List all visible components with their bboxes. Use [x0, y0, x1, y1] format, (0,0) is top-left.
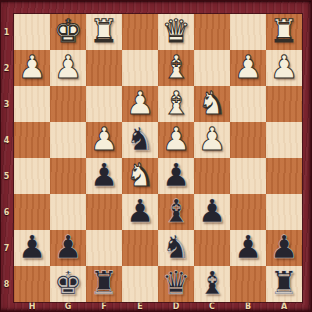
piece-white-knight-c3[interactable]: ♞: [198, 87, 227, 121]
piece-black-pawn-c6[interactable]: ♟: [198, 195, 227, 229]
square-c2[interactable]: [194, 50, 230, 86]
square-d4[interactable]: ♟: [158, 122, 194, 158]
chess-board: ♚♜♛♜♟♟♝♟♟♟♝♞♟♞♟♟♟♞♟♟♝♟♟♟♞♟♟♚♜♛♝♜: [13, 13, 303, 303]
square-e6[interactable]: ♟: [122, 194, 158, 230]
square-b5[interactable]: [230, 158, 266, 194]
piece-black-knight-e4[interactable]: ♞: [126, 123, 155, 157]
square-f1[interactable]: ♜: [86, 14, 122, 50]
square-h5[interactable]: [14, 158, 50, 194]
piece-black-knight-d7[interactable]: ♞: [162, 231, 191, 265]
square-a7[interactable]: ♟: [266, 230, 302, 266]
piece-white-pawn-a2[interactable]: ♟: [270, 51, 299, 85]
piece-white-queen-d1[interactable]: ♛: [162, 15, 191, 49]
rank-label-3: 3: [0, 86, 13, 122]
square-c4[interactable]: ♟: [194, 122, 230, 158]
square-c3[interactable]: ♞: [194, 86, 230, 122]
square-d8[interactable]: ♛: [158, 266, 194, 302]
piece-white-pawn-b2[interactable]: ♟: [234, 51, 263, 85]
piece-white-bishop-d3[interactable]: ♝: [162, 87, 191, 121]
square-h4[interactable]: [14, 122, 50, 158]
square-h2[interactable]: ♟: [14, 50, 50, 86]
square-e5[interactable]: ♞: [122, 158, 158, 194]
chess-board-frame: 12345678 HGFEDCBA ♚♜♛♜♟♟♝♟♟♟♝♞♟♞♟♟♟♞♟♟♝♟…: [0, 0, 312, 312]
square-c1[interactable]: [194, 14, 230, 50]
rank-labels: 12345678: [0, 14, 13, 302]
square-f7[interactable]: [86, 230, 122, 266]
square-e4[interactable]: ♞: [122, 122, 158, 158]
square-f8[interactable]: ♜: [86, 266, 122, 302]
piece-black-pawn-b7[interactable]: ♟: [234, 231, 263, 265]
square-f6[interactable]: [86, 194, 122, 230]
piece-white-pawn-g2[interactable]: ♟: [54, 51, 83, 85]
rank-label-4: 4: [0, 122, 13, 158]
square-b1[interactable]: [230, 14, 266, 50]
square-h3[interactable]: [14, 86, 50, 122]
square-d7[interactable]: ♞: [158, 230, 194, 266]
piece-black-queen-d8[interactable]: ♛: [162, 267, 191, 301]
piece-black-rook-a8[interactable]: ♜: [270, 267, 299, 301]
square-f2[interactable]: [86, 50, 122, 86]
piece-black-bishop-d6[interactable]: ♝: [162, 195, 191, 229]
piece-black-king-g8[interactable]: ♚: [54, 267, 83, 301]
square-h7[interactable]: ♟: [14, 230, 50, 266]
square-g7[interactable]: ♟: [50, 230, 86, 266]
square-a6[interactable]: [266, 194, 302, 230]
piece-black-pawn-h7[interactable]: ♟: [18, 231, 47, 265]
square-d3[interactable]: ♝: [158, 86, 194, 122]
piece-white-pawn-e3[interactable]: ♟: [126, 87, 155, 121]
square-h6[interactable]: [14, 194, 50, 230]
square-b4[interactable]: [230, 122, 266, 158]
square-b7[interactable]: ♟: [230, 230, 266, 266]
square-f4[interactable]: ♟: [86, 122, 122, 158]
piece-black-pawn-f5[interactable]: ♟: [90, 159, 119, 193]
square-e2[interactable]: [122, 50, 158, 86]
square-e1[interactable]: [122, 14, 158, 50]
rank-label-1: 1: [0, 14, 13, 50]
square-c7[interactable]: [194, 230, 230, 266]
square-a3[interactable]: [266, 86, 302, 122]
piece-black-rook-f8[interactable]: ♜: [90, 267, 119, 301]
rank-label-8: 8: [0, 266, 13, 302]
piece-white-pawn-c4[interactable]: ♟: [198, 123, 227, 157]
square-b2[interactable]: ♟: [230, 50, 266, 86]
square-g3[interactable]: [50, 86, 86, 122]
piece-white-pawn-h2[interactable]: ♟: [18, 51, 47, 85]
piece-white-king-g1[interactable]: ♚: [54, 15, 83, 49]
square-g1[interactable]: ♚: [50, 14, 86, 50]
square-b3[interactable]: [230, 86, 266, 122]
rank-label-5: 5: [0, 158, 13, 194]
square-d1[interactable]: ♛: [158, 14, 194, 50]
square-c8[interactable]: ♝: [194, 266, 230, 302]
square-g6[interactable]: [50, 194, 86, 230]
square-a1[interactable]: ♜: [266, 14, 302, 50]
piece-black-bishop-c8[interactable]: ♝: [198, 267, 227, 301]
square-d6[interactable]: ♝: [158, 194, 194, 230]
square-g2[interactable]: ♟: [50, 50, 86, 86]
piece-white-bishop-d2[interactable]: ♝: [162, 51, 191, 85]
square-c6[interactable]: ♟: [194, 194, 230, 230]
square-h8[interactable]: [14, 266, 50, 302]
square-g4[interactable]: [50, 122, 86, 158]
piece-black-pawn-g7[interactable]: ♟: [54, 231, 83, 265]
square-a5[interactable]: [266, 158, 302, 194]
piece-black-pawn-e6[interactable]: ♟: [126, 195, 155, 229]
rank-label-7: 7: [0, 230, 13, 266]
piece-white-rook-f1[interactable]: ♜: [90, 15, 119, 49]
square-e3[interactable]: ♟: [122, 86, 158, 122]
piece-white-pawn-f4[interactable]: ♟: [90, 123, 119, 157]
piece-black-pawn-d5[interactable]: ♟: [162, 159, 191, 193]
square-b8[interactable]: [230, 266, 266, 302]
square-a8[interactable]: ♜: [266, 266, 302, 302]
square-g5[interactable]: [50, 158, 86, 194]
piece-black-pawn-a7[interactable]: ♟: [270, 231, 299, 265]
square-f5[interactable]: ♟: [86, 158, 122, 194]
square-a2[interactable]: ♟: [266, 50, 302, 86]
square-d5[interactable]: ♟: [158, 158, 194, 194]
square-d2[interactable]: ♝: [158, 50, 194, 86]
square-c5[interactable]: [194, 158, 230, 194]
square-b6[interactable]: [230, 194, 266, 230]
square-g8[interactable]: ♚: [50, 266, 86, 302]
square-f3[interactable]: [86, 86, 122, 122]
rank-label-2: 2: [0, 50, 13, 86]
piece-white-rook-a1[interactable]: ♜: [270, 15, 299, 49]
rank-label-6: 6: [0, 194, 13, 230]
piece-white-knight-e5[interactable]: ♞: [126, 159, 155, 193]
square-e7[interactable]: [122, 230, 158, 266]
square-e8[interactable]: [122, 266, 158, 302]
piece-white-pawn-d4[interactable]: ♟: [162, 123, 191, 157]
square-a4[interactable]: [266, 122, 302, 158]
square-h1[interactable]: [14, 14, 50, 50]
